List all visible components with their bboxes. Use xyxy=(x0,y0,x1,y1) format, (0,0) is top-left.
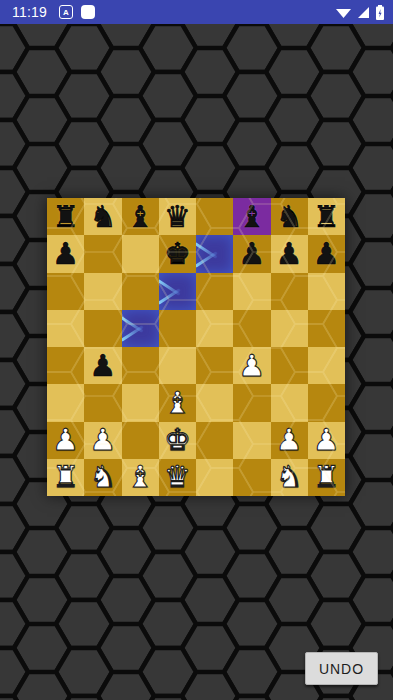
square-b5[interactable] xyxy=(84,310,121,347)
white-king: ♚ xyxy=(159,422,196,459)
black-pawn: ♟ xyxy=(233,235,270,272)
square-h6[interactable] xyxy=(308,273,345,310)
square-f2[interactable] xyxy=(233,422,270,459)
square-e1[interactable] xyxy=(196,459,233,496)
white-bishop: ♝ xyxy=(159,384,196,421)
square-g8[interactable]: ♞ xyxy=(271,198,308,235)
square-e3[interactable] xyxy=(196,384,233,421)
square-c3[interactable] xyxy=(122,384,159,421)
black-queen: ♛ xyxy=(159,198,196,235)
square-g1[interactable]: ♞ xyxy=(271,459,308,496)
square-c8[interactable]: ♝ xyxy=(122,198,159,235)
black-knight: ♞ xyxy=(271,198,308,235)
black-bishop: ♝ xyxy=(122,198,159,235)
square-g4[interactable] xyxy=(271,347,308,384)
square-d3[interactable]: ♝ xyxy=(159,384,196,421)
square-b2[interactable]: ♟ xyxy=(84,422,121,459)
square-c4[interactable] xyxy=(122,347,159,384)
black-bishop: ♝ xyxy=(233,198,270,235)
battery-charging-icon xyxy=(375,4,385,21)
square-h5[interactable] xyxy=(308,310,345,347)
white-rook: ♜ xyxy=(308,459,345,496)
square-e7[interactable] xyxy=(196,235,233,272)
square-e8[interactable] xyxy=(196,198,233,235)
wifi-icon xyxy=(335,5,352,20)
cellular-signal-icon xyxy=(356,5,371,20)
black-knight: ♞ xyxy=(84,198,121,235)
square-c1[interactable]: ♝ xyxy=(122,459,159,496)
square-d5[interactable] xyxy=(159,310,196,347)
square-e6[interactable] xyxy=(196,273,233,310)
square-h3[interactable] xyxy=(308,384,345,421)
white-pawn: ♟ xyxy=(233,347,270,384)
square-b7[interactable] xyxy=(84,235,121,272)
square-a2[interactable]: ♟ xyxy=(47,422,84,459)
black-rook: ♜ xyxy=(308,198,345,235)
square-h8[interactable]: ♜ xyxy=(308,198,345,235)
square-g3[interactable] xyxy=(271,384,308,421)
square-d7[interactable]: ♚ xyxy=(159,235,196,272)
white-rook: ♜ xyxy=(47,459,84,496)
square-d6[interactable] xyxy=(159,273,196,310)
square-b4[interactable]: ♟ xyxy=(84,347,121,384)
square-d8[interactable]: ♛ xyxy=(159,198,196,235)
white-pawn: ♟ xyxy=(308,422,345,459)
square-h2[interactable]: ♟ xyxy=(308,422,345,459)
square-g7[interactable]: ♟ xyxy=(271,235,308,272)
square-a6[interactable] xyxy=(47,273,84,310)
square-e2[interactable] xyxy=(196,422,233,459)
square-b1[interactable]: ♞ xyxy=(84,459,121,496)
white-square-app-icon xyxy=(81,5,95,19)
square-a1[interactable]: ♜ xyxy=(47,459,84,496)
black-pawn: ♟ xyxy=(271,235,308,272)
white-queen: ♛ xyxy=(159,459,196,496)
square-d4[interactable] xyxy=(159,347,196,384)
square-a3[interactable] xyxy=(47,384,84,421)
square-h4[interactable] xyxy=(308,347,345,384)
white-pawn: ♟ xyxy=(271,422,308,459)
square-f7[interactable]: ♟ xyxy=(233,235,270,272)
black-rook: ♜ xyxy=(47,198,84,235)
undo-button[interactable]: UNDO xyxy=(305,652,378,685)
square-f1[interactable] xyxy=(233,459,270,496)
square-a5[interactable] xyxy=(47,310,84,347)
square-f4[interactable]: ♟ xyxy=(233,347,270,384)
square-b6[interactable] xyxy=(84,273,121,310)
clock: 11:19 xyxy=(12,4,47,20)
square-g6[interactable] xyxy=(271,273,308,310)
white-bishop: ♝ xyxy=(122,459,159,496)
black-pawn: ♟ xyxy=(47,235,84,272)
square-c2[interactable] xyxy=(122,422,159,459)
square-c6[interactable] xyxy=(122,273,159,310)
black-pawn: ♟ xyxy=(308,235,345,272)
black-pawn: ♟ xyxy=(84,347,121,384)
square-f8[interactable]: ♝ xyxy=(233,198,270,235)
white-pawn: ♟ xyxy=(84,422,121,459)
black-king: ♚ xyxy=(159,235,196,272)
square-f3[interactable] xyxy=(233,384,270,421)
square-h1[interactable]: ♜ xyxy=(308,459,345,496)
square-c7[interactable] xyxy=(122,235,159,272)
square-f6[interactable] xyxy=(233,273,270,310)
square-e5[interactable] xyxy=(196,310,233,347)
square-a7[interactable]: ♟ xyxy=(47,235,84,272)
letter-a-app-icon: A xyxy=(59,5,73,19)
square-d2[interactable]: ♚ xyxy=(159,422,196,459)
square-f5[interactable] xyxy=(233,310,270,347)
white-pawn: ♟ xyxy=(47,422,84,459)
square-b3[interactable] xyxy=(84,384,121,421)
chess-board: ♜♞♝♛♝♞♜♟♚♟♟♟♟♟♝♟♟♚♟♟♜♞♝♛♞♜ xyxy=(47,198,345,496)
screen: 11:19 A ♜♞♝♛♝♞♜♟♚♟♟♟♟♟♝♟♟♚♟♟♜♞♝♛♞♜ xyxy=(0,0,393,700)
white-knight: ♞ xyxy=(271,459,308,496)
square-b8[interactable]: ♞ xyxy=(84,198,121,235)
square-c5[interactable] xyxy=(122,310,159,347)
white-knight: ♞ xyxy=(84,459,121,496)
square-a8[interactable]: ♜ xyxy=(47,198,84,235)
square-a4[interactable] xyxy=(47,347,84,384)
square-e4[interactable] xyxy=(196,347,233,384)
status-bar: 11:19 A xyxy=(0,0,393,24)
square-g2[interactable]: ♟ xyxy=(271,422,308,459)
square-h7[interactable]: ♟ xyxy=(308,235,345,272)
square-g5[interactable] xyxy=(271,310,308,347)
square-d1[interactable]: ♛ xyxy=(159,459,196,496)
